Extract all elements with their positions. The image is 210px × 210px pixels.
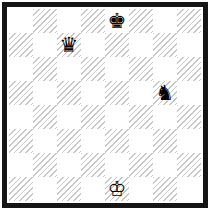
square-a1[interactable] xyxy=(9,177,33,201)
square-h3[interactable] xyxy=(177,129,201,153)
square-c4[interactable] xyxy=(57,105,81,129)
square-c2[interactable] xyxy=(57,153,81,177)
square-d1[interactable] xyxy=(81,177,105,201)
square-f4[interactable] xyxy=(129,105,153,129)
chess-diagram: ♚♛♞♔ xyxy=(0,0,210,210)
square-b7[interactable] xyxy=(33,33,57,57)
square-g6[interactable] xyxy=(153,57,177,81)
square-c1[interactable] xyxy=(57,177,81,201)
square-a5[interactable] xyxy=(9,81,33,105)
square-f3[interactable] xyxy=(129,129,153,153)
square-h4[interactable] xyxy=(177,105,201,129)
square-b2[interactable] xyxy=(33,153,57,177)
square-d6[interactable] xyxy=(81,57,105,81)
square-g5[interactable]: ♞ xyxy=(153,81,177,105)
square-a3[interactable] xyxy=(9,129,33,153)
square-d3[interactable] xyxy=(81,129,105,153)
square-b5[interactable] xyxy=(33,81,57,105)
square-e7[interactable] xyxy=(105,33,129,57)
square-h6[interactable] xyxy=(177,57,201,81)
square-b3[interactable] xyxy=(33,129,57,153)
square-f5[interactable] xyxy=(129,81,153,105)
square-d7[interactable] xyxy=(81,33,105,57)
square-g7[interactable] xyxy=(153,33,177,57)
square-c5[interactable] xyxy=(57,81,81,105)
square-h5[interactable] xyxy=(177,81,201,105)
square-d8[interactable] xyxy=(81,9,105,33)
square-b1[interactable] xyxy=(33,177,57,201)
square-c6[interactable] xyxy=(57,57,81,81)
square-f8[interactable] xyxy=(129,9,153,33)
square-b6[interactable] xyxy=(33,57,57,81)
square-h2[interactable] xyxy=(177,153,201,177)
square-g3[interactable] xyxy=(153,129,177,153)
board-frame: ♚♛♞♔ xyxy=(2,2,208,208)
square-h8[interactable] xyxy=(177,9,201,33)
square-f7[interactable] xyxy=(129,33,153,57)
square-g1[interactable] xyxy=(153,177,177,201)
square-b8[interactable] xyxy=(33,9,57,33)
square-e4[interactable] xyxy=(105,105,129,129)
square-c7[interactable]: ♛ xyxy=(57,33,81,57)
square-a8[interactable] xyxy=(9,9,33,33)
black-knight-piece: ♞ xyxy=(156,81,175,105)
square-c8[interactable] xyxy=(57,9,81,33)
square-d5[interactable] xyxy=(81,81,105,105)
square-e3[interactable] xyxy=(105,129,129,153)
square-h7[interactable] xyxy=(177,33,201,57)
square-f2[interactable] xyxy=(129,153,153,177)
square-d2[interactable] xyxy=(81,153,105,177)
square-g2[interactable] xyxy=(153,153,177,177)
square-e6[interactable] xyxy=(105,57,129,81)
square-a2[interactable] xyxy=(9,153,33,177)
black-queen-piece: ♛ xyxy=(60,33,79,57)
black-king-piece: ♚ xyxy=(108,9,127,33)
square-a4[interactable] xyxy=(9,105,33,129)
square-d4[interactable] xyxy=(81,105,105,129)
square-h1[interactable] xyxy=(177,177,201,201)
square-b4[interactable] xyxy=(33,105,57,129)
square-f1[interactable] xyxy=(129,177,153,201)
square-f6[interactable] xyxy=(129,57,153,81)
white-king-piece: ♔ xyxy=(108,177,127,201)
square-g4[interactable] xyxy=(153,105,177,129)
square-e1[interactable]: ♔ xyxy=(105,177,129,201)
square-g8[interactable] xyxy=(153,9,177,33)
square-a7[interactable] xyxy=(9,33,33,57)
chess-board: ♚♛♞♔ xyxy=(9,9,201,201)
square-c3[interactable] xyxy=(57,129,81,153)
square-e8[interactable]: ♚ xyxy=(105,9,129,33)
square-e2[interactable] xyxy=(105,153,129,177)
square-e5[interactable] xyxy=(105,81,129,105)
square-a6[interactable] xyxy=(9,57,33,81)
